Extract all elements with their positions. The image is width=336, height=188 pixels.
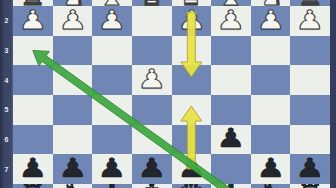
square-f3[interactable] <box>92 36 132 66</box>
square-c2[interactable]: ♟ <box>211 6 251 36</box>
square-g4[interactable] <box>53 65 93 95</box>
square-g5[interactable] <box>53 95 93 125</box>
square-f6[interactable] <box>92 125 132 155</box>
square-e8[interactable]: ♚ <box>132 184 172 188</box>
square-b6[interactable] <box>251 125 291 155</box>
square-e2[interactable] <box>132 6 172 36</box>
square-d5[interactable] <box>172 95 212 125</box>
square-a3[interactable] <box>290 36 330 66</box>
square-g8[interactable]: ♞ <box>53 184 93 188</box>
square-g7[interactable]: ♟ <box>53 154 93 184</box>
black-bishop-c8[interactable]: ♝ <box>211 184 251 188</box>
rank-label-6: 6 <box>0 136 13 143</box>
square-b8[interactable]: ♞ <box>251 184 291 188</box>
square-d7[interactable]: ♟ <box>172 154 212 184</box>
rank-label-3: 3 <box>0 47 13 54</box>
square-b7[interactable]: ♟ <box>251 154 291 184</box>
board-right-border <box>330 0 336 188</box>
square-a6[interactable] <box>290 125 330 155</box>
square-d3[interactable] <box>172 36 212 66</box>
square-b2[interactable]: ♟ <box>251 6 291 36</box>
black-pawn-c6[interactable]: ♟ <box>211 125 251 151</box>
square-e4[interactable]: ♟ <box>132 65 172 95</box>
black-pawn-g7[interactable]: ♟ <box>53 155 93 181</box>
square-c5[interactable] <box>211 95 251 125</box>
square-b4[interactable] <box>251 65 291 95</box>
black-king-e8[interactable]: ♚ <box>132 184 172 188</box>
square-f5[interactable] <box>92 95 132 125</box>
white-pawn-b2[interactable]: ♟ <box>251 7 291 33</box>
black-knight-b8[interactable]: ♞ <box>251 184 291 188</box>
square-h8[interactable]: ♜ <box>13 184 53 188</box>
square-d4[interactable] <box>172 65 212 95</box>
square-d6[interactable] <box>172 125 212 155</box>
white-pawn-f2[interactable]: ♟ <box>92 7 132 33</box>
square-a8[interactable]: ♜ <box>290 184 330 188</box>
black-rook-h8[interactable]: ♜ <box>13 184 53 188</box>
black-queen-d8[interactable]: ♛ <box>172 184 212 188</box>
square-f2[interactable]: ♟ <box>92 6 132 36</box>
white-pawn-d2[interactable]: ♟ <box>172 7 212 33</box>
square-e6[interactable] <box>132 125 172 155</box>
square-f4[interactable] <box>92 65 132 95</box>
square-h5[interactable] <box>13 95 53 125</box>
square-a2[interactable]: ♟ <box>290 6 330 36</box>
square-d2[interactable]: ♟ <box>172 6 212 36</box>
white-pawn-h2[interactable]: ♟ <box>13 7 53 33</box>
rank-label-5: 5 <box>0 106 13 113</box>
square-c4[interactable] <box>211 65 251 95</box>
square-g6[interactable] <box>53 125 93 155</box>
black-rook-a8[interactable]: ♜ <box>290 184 330 188</box>
square-e7[interactable]: ♟ <box>132 154 172 184</box>
white-pawn-a2[interactable]: ♟ <box>290 7 330 33</box>
rank-label-7: 7 <box>0 166 13 173</box>
square-a5[interactable] <box>290 95 330 125</box>
rank-label-2: 2 <box>0 17 13 24</box>
black-knight-g8[interactable]: ♞ <box>53 184 93 188</box>
rank-label-strip: 234567 <box>0 0 13 188</box>
square-f8[interactable]: ♝ <box>92 184 132 188</box>
square-h6[interactable] <box>13 125 53 155</box>
square-b3[interactable] <box>251 36 291 66</box>
square-c3[interactable] <box>211 36 251 66</box>
black-bishop-f8[interactable]: ♝ <box>92 184 132 188</box>
white-pawn-g2[interactable]: ♟ <box>53 7 93 33</box>
chess-board[interactable]: ♜♞♝♚♛♝♞♜♟♟♟♟♟♟♟♟♟♟♟♟♟♟♟♟♜♞♝♚♛♝♞♜ <box>13 0 330 188</box>
square-e5[interactable] <box>132 95 172 125</box>
white-pawn-e4[interactable]: ♟ <box>132 66 172 92</box>
square-a4[interactable] <box>290 65 330 95</box>
black-pawn-h7[interactable]: ♟ <box>13 155 53 181</box>
white-pawn-c2[interactable]: ♟ <box>211 7 251 33</box>
rank-label-4: 4 <box>0 77 13 84</box>
square-d8[interactable]: ♛ <box>172 184 212 188</box>
black-pawn-b7[interactable]: ♟ <box>251 155 291 181</box>
square-a7[interactable]: ♟ <box>290 154 330 184</box>
black-pawn-d7[interactable]: ♟ <box>172 155 212 181</box>
square-c6[interactable]: ♟ <box>211 125 251 155</box>
square-h2[interactable]: ♟ <box>13 6 53 36</box>
square-b5[interactable] <box>251 95 291 125</box>
square-h4[interactable] <box>13 65 53 95</box>
square-c7[interactable] <box>211 154 251 184</box>
square-f7[interactable]: ♟ <box>92 154 132 184</box>
square-g3[interactable] <box>53 36 93 66</box>
square-e3[interactable] <box>132 36 172 66</box>
square-h3[interactable] <box>13 36 53 66</box>
square-h7[interactable]: ♟ <box>13 154 53 184</box>
black-pawn-a7[interactable]: ♟ <box>290 155 330 181</box>
black-pawn-f7[interactable]: ♟ <box>92 155 132 181</box>
square-g2[interactable]: ♟ <box>53 6 93 36</box>
square-c8[interactable]: ♝ <box>211 184 251 188</box>
black-pawn-e7[interactable]: ♟ <box>132 155 172 181</box>
chess-video-frame: 234567 ♜♞♝♚♛♝♞♜♟♟♟♟♟♟♟♟♟♟♟♟♟♟♟♟♜♞♝♚♛♝♞♜ <box>0 0 336 188</box>
